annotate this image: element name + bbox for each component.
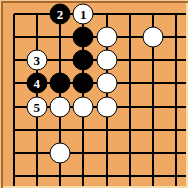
black-stone [50, 73, 71, 94]
intersection-6-3[interactable] [141, 72, 164, 95]
intersection-6-4[interactable] [141, 95, 164, 118]
intersection-4-5[interactable] [95, 118, 118, 141]
intersection-4-4[interactable] [95, 95, 118, 118]
intersection-1-5[interactable] [25, 118, 48, 141]
intersection-5-7[interactable] [118, 165, 141, 188]
intersection-5-2[interactable] [118, 48, 141, 71]
intersection-4-2[interactable] [95, 48, 118, 71]
intersection-1-0[interactable] [25, 2, 48, 25]
intersection-5-5[interactable] [118, 118, 141, 141]
intersection-1-4[interactable]: 5 [25, 95, 48, 118]
intersection-3-0[interactable]: 1 [72, 2, 95, 25]
intersection-5-1[interactable] [118, 25, 141, 48]
intersection-7-2[interactable] [165, 48, 188, 71]
intersection-6-2[interactable] [141, 48, 164, 71]
black-stone [73, 50, 94, 71]
intersection-7-3[interactable] [165, 72, 188, 95]
intersection-4-3[interactable] [95, 72, 118, 95]
white-stone [73, 96, 94, 117]
intersection-6-1[interactable] [141, 25, 164, 48]
intersection-0-2[interactable] [2, 48, 25, 71]
white-stone-move-3: 3 [26, 50, 47, 71]
intersection-0-6[interactable] [2, 141, 25, 164]
intersection-2-1[interactable] [48, 25, 71, 48]
board-grid: 21345 [2, 2, 188, 188]
intersection-4-1[interactable] [95, 25, 118, 48]
intersection-2-4[interactable] [48, 95, 71, 118]
intersection-0-4[interactable] [2, 95, 25, 118]
intersection-2-6[interactable] [48, 141, 71, 164]
white-stone [143, 26, 164, 47]
intersection-4-7[interactable] [95, 165, 118, 188]
black-stone-move-4: 4 [26, 73, 47, 94]
intersection-3-2[interactable] [72, 48, 95, 71]
intersection-0-0[interactable] [2, 2, 25, 25]
white-stone [96, 26, 117, 47]
white-stone [50, 143, 71, 164]
intersection-0-7[interactable] [2, 165, 25, 188]
white-stone [96, 73, 117, 94]
intersection-1-6[interactable] [25, 141, 48, 164]
intersection-6-0[interactable] [141, 2, 164, 25]
intersection-1-7[interactable] [25, 165, 48, 188]
intersection-0-5[interactable] [2, 118, 25, 141]
intersection-2-3[interactable] [48, 72, 71, 95]
intersection-3-4[interactable] [72, 95, 95, 118]
white-stone-move-5: 5 [26, 96, 47, 117]
intersection-7-7[interactable] [165, 165, 188, 188]
intersection-5-0[interactable] [118, 2, 141, 25]
intersection-5-3[interactable] [118, 72, 141, 95]
intersection-6-5[interactable] [141, 118, 164, 141]
black-stone-move-2: 2 [50, 3, 71, 24]
intersection-2-0[interactable]: 2 [48, 2, 71, 25]
intersection-1-2[interactable]: 3 [25, 48, 48, 71]
intersection-6-7[interactable] [141, 165, 164, 188]
intersection-5-4[interactable] [118, 95, 141, 118]
intersection-3-5[interactable] [72, 118, 95, 141]
intersection-3-1[interactable] [72, 25, 95, 48]
white-stone [50, 96, 71, 117]
intersection-4-6[interactable] [95, 141, 118, 164]
white-stone [96, 50, 117, 71]
white-stone-move-1: 1 [73, 3, 94, 24]
intersection-7-4[interactable] [165, 95, 188, 118]
intersection-3-7[interactable] [72, 165, 95, 188]
intersection-0-3[interactable] [2, 72, 25, 95]
intersection-2-2[interactable] [48, 48, 71, 71]
intersection-2-5[interactable] [48, 118, 71, 141]
white-stone [96, 96, 117, 117]
intersection-7-0[interactable] [165, 2, 188, 25]
intersection-3-6[interactable] [72, 141, 95, 164]
go-board: 21345 [0, 0, 188, 188]
intersection-2-7[interactable] [48, 165, 71, 188]
intersection-7-5[interactable] [165, 118, 188, 141]
intersection-5-6[interactable] [118, 141, 141, 164]
black-stone [73, 26, 94, 47]
intersection-1-3[interactable]: 4 [25, 72, 48, 95]
intersection-7-6[interactable] [165, 141, 188, 164]
intersection-0-1[interactable] [2, 25, 25, 48]
intersection-3-3[interactable] [72, 72, 95, 95]
intersection-7-1[interactable] [165, 25, 188, 48]
intersection-4-0[interactable] [95, 2, 118, 25]
intersection-6-6[interactable] [141, 141, 164, 164]
black-stone [73, 73, 94, 94]
intersection-1-1[interactable] [25, 25, 48, 48]
